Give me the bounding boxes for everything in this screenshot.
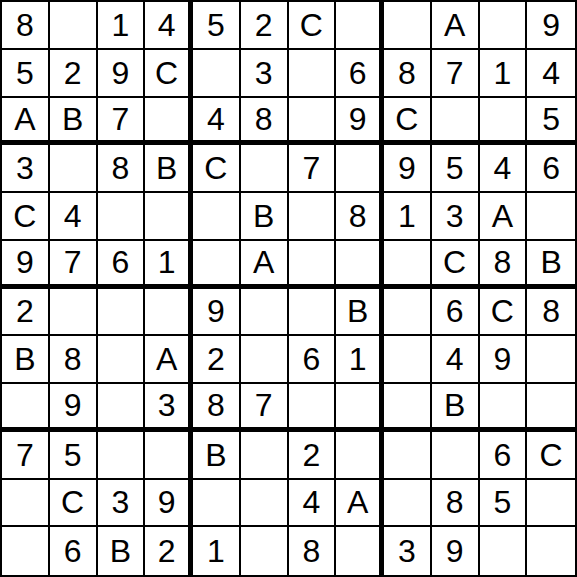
- cell-r6c7-empty[interactable]: [289, 241, 337, 289]
- cell-r7c5-given: 9: [193, 289, 241, 337]
- cell-r10c7-given: 2: [289, 432, 337, 480]
- cell-r10c1-given: 7: [2, 432, 50, 480]
- cell-r12c6-empty[interactable]: [241, 527, 289, 575]
- cell-r8c11-given: 9: [480, 336, 528, 384]
- cell-r8c1-given: B: [2, 336, 50, 384]
- cell-r9c7-empty[interactable]: [289, 384, 337, 432]
- cell-r6c12-given: B: [527, 241, 575, 289]
- cell-r5c1-given: C: [2, 193, 50, 241]
- cell-r5c9-given: 1: [384, 193, 432, 241]
- cell-r7c6-empty[interactable]: [241, 289, 289, 337]
- cell-r3c5-given: 4: [193, 98, 241, 146]
- sudoku-page: 81452CA9529C368714AB7489C538BC79546C4B81…: [0, 0, 577, 577]
- cell-r9c1-empty[interactable]: [2, 384, 50, 432]
- cell-r9c9-empty[interactable]: [384, 384, 432, 432]
- cell-r9c4-given: 3: [145, 384, 193, 432]
- cell-r6c10-given: C: [432, 241, 480, 289]
- cell-r12c3-given: B: [98, 527, 146, 575]
- cell-r5c3-empty[interactable]: [98, 193, 146, 241]
- cell-r5c10-given: 3: [432, 193, 480, 241]
- cell-r7c11-given: C: [480, 289, 528, 337]
- cell-r4c3-given: 8: [98, 145, 146, 193]
- cell-r10c11-given: 6: [480, 432, 528, 480]
- cell-r7c1-given: 2: [2, 289, 50, 337]
- cell-r4c1-given: 3: [2, 145, 50, 193]
- cell-r7c3-empty[interactable]: [98, 289, 146, 337]
- cell-r10c8-empty[interactable]: [336, 432, 384, 480]
- cell-r3c9-given: C: [384, 98, 432, 146]
- cell-r8c4-given: A: [145, 336, 193, 384]
- cell-r11c3-given: 3: [98, 480, 146, 528]
- cell-r6c2-given: 7: [50, 241, 98, 289]
- cell-r1c5-given: 5: [193, 2, 241, 50]
- cell-r5c2-given: 4: [50, 193, 98, 241]
- cell-r11c7-given: 4: [289, 480, 337, 528]
- cell-r11c6-empty[interactable]: [241, 480, 289, 528]
- cell-r10c2-given: 5: [50, 432, 98, 480]
- cell-r1c1-given: 8: [2, 2, 50, 50]
- cell-r3c6-given: 8: [241, 98, 289, 146]
- cell-r2c7-empty[interactable]: [289, 50, 337, 98]
- cell-r6c1-given: 9: [2, 241, 50, 289]
- cell-r7c2-empty[interactable]: [50, 289, 98, 337]
- cell-r8c12-empty[interactable]: [527, 336, 575, 384]
- cell-r11c9-empty[interactable]: [384, 480, 432, 528]
- cell-r12c2-given: 6: [50, 527, 98, 575]
- cell-r11c12-empty[interactable]: [527, 480, 575, 528]
- cell-r6c6-given: A: [241, 241, 289, 289]
- cell-r9c3-empty[interactable]: [98, 384, 146, 432]
- cell-r5c4-empty[interactable]: [145, 193, 193, 241]
- cell-r4c10-given: 5: [432, 145, 480, 193]
- cell-r9c8-empty[interactable]: [336, 384, 384, 432]
- cell-r10c3-empty[interactable]: [98, 432, 146, 480]
- cell-r7c8-given: B: [336, 289, 384, 337]
- cell-r1c11-empty[interactable]: [480, 2, 528, 50]
- cell-r9c5-given: 8: [193, 384, 241, 432]
- cell-r2c4-given: C: [145, 50, 193, 98]
- cell-r4c7-given: 7: [289, 145, 337, 193]
- cell-r4c9-given: 9: [384, 145, 432, 193]
- cell-r8c5-given: 2: [193, 336, 241, 384]
- cell-r5c8-given: 8: [336, 193, 384, 241]
- cell-r11c5-empty[interactable]: [193, 480, 241, 528]
- cell-r4c8-empty[interactable]: [336, 145, 384, 193]
- cell-r8c10-given: 4: [432, 336, 480, 384]
- cell-r12c1-empty[interactable]: [2, 527, 50, 575]
- cell-r2c2-given: 2: [50, 50, 98, 98]
- cell-r9c10-given: B: [432, 384, 480, 432]
- cell-r4c11-given: 4: [480, 145, 528, 193]
- cell-r10c6-empty[interactable]: [241, 432, 289, 480]
- cell-r3c8-given: 9: [336, 98, 384, 146]
- cell-r3c10-empty[interactable]: [432, 98, 480, 146]
- cell-r3c2-given: B: [50, 98, 98, 146]
- cell-r7c9-empty[interactable]: [384, 289, 432, 337]
- cell-r12c8-empty[interactable]: [336, 527, 384, 575]
- cell-r7c7-empty[interactable]: [289, 289, 337, 337]
- cell-r10c5-given: B: [193, 432, 241, 480]
- cell-r8c9-empty[interactable]: [384, 336, 432, 384]
- cell-r9c6-given: 7: [241, 384, 289, 432]
- cell-r10c9-empty[interactable]: [384, 432, 432, 480]
- cell-r12c10-given: 9: [432, 527, 480, 575]
- cell-r6c8-empty[interactable]: [336, 241, 384, 289]
- cell-r1c6-given: 2: [241, 2, 289, 50]
- cell-r3c7-empty[interactable]: [289, 98, 337, 146]
- cell-r12c5-given: 1: [193, 527, 241, 575]
- cell-r11c4-given: 9: [145, 480, 193, 528]
- cell-r6c11-given: 8: [480, 241, 528, 289]
- cell-r6c9-empty[interactable]: [384, 241, 432, 289]
- cell-r2c12-given: 4: [527, 50, 575, 98]
- sudoku-board: 81452CA9529C368714AB7489C538BC79546C4B81…: [0, 0, 577, 577]
- cell-r10c10-empty[interactable]: [432, 432, 480, 480]
- cell-r5c11-given: A: [480, 193, 528, 241]
- cell-r12c7-given: 8: [289, 527, 337, 575]
- cell-r11c8-given: A: [336, 480, 384, 528]
- cell-r9c12-empty[interactable]: [527, 384, 575, 432]
- cell-r4c2-empty[interactable]: [50, 145, 98, 193]
- cell-r5c5-empty[interactable]: [193, 193, 241, 241]
- cell-r2c3-given: 9: [98, 50, 146, 98]
- cell-r7c10-given: 6: [432, 289, 480, 337]
- cell-r3c11-empty[interactable]: [480, 98, 528, 146]
- cell-r12c9-given: 3: [384, 527, 432, 575]
- cell-r7c4-empty[interactable]: [145, 289, 193, 337]
- cell-r11c11-given: 5: [480, 480, 528, 528]
- cell-r3c1-given: A: [2, 98, 50, 146]
- cell-r12c11-empty[interactable]: [480, 527, 528, 575]
- cell-r3c3-given: 7: [98, 98, 146, 146]
- cell-r2c8-given: 6: [336, 50, 384, 98]
- cell-r8c7-given: 6: [289, 336, 337, 384]
- cell-r1c2-empty[interactable]: [50, 2, 98, 50]
- cell-r1c10-given: A: [432, 2, 480, 50]
- cell-r1c3-given: 1: [98, 2, 146, 50]
- cell-r10c12-given: C: [527, 432, 575, 480]
- cell-r1c8-empty[interactable]: [336, 2, 384, 50]
- cell-r4c6-empty[interactable]: [241, 145, 289, 193]
- cell-r5c12-empty[interactable]: [527, 193, 575, 241]
- cell-r1c7-given: C: [289, 2, 337, 50]
- cell-r8c6-empty[interactable]: [241, 336, 289, 384]
- cell-r11c10-given: 8: [432, 480, 480, 528]
- cell-r12c4-given: 2: [145, 527, 193, 575]
- cell-r2c11-given: 1: [480, 50, 528, 98]
- cell-r9c11-empty[interactable]: [480, 384, 528, 432]
- cell-r3c12-given: 5: [527, 98, 575, 146]
- cell-r8c8-given: 1: [336, 336, 384, 384]
- cell-r3c4-empty[interactable]: [145, 98, 193, 146]
- cell-r10c4-empty[interactable]: [145, 432, 193, 480]
- cell-r2c5-empty[interactable]: [193, 50, 241, 98]
- cell-r9c2-given: 9: [50, 384, 98, 432]
- cell-r2c6-given: 3: [241, 50, 289, 98]
- cell-r1c4-given: 4: [145, 2, 193, 50]
- cell-r11c1-empty[interactable]: [2, 480, 50, 528]
- cell-r8c2-given: 8: [50, 336, 98, 384]
- cell-r4c12-given: 6: [527, 145, 575, 193]
- cell-r6c4-given: 1: [145, 241, 193, 289]
- cell-r7c12-given: 8: [527, 289, 575, 337]
- cell-r2c1-given: 5: [2, 50, 50, 98]
- cell-r4c4-given: B: [145, 145, 193, 193]
- cell-r2c9-given: 8: [384, 50, 432, 98]
- cell-r4c5-given: C: [193, 145, 241, 193]
- cell-r11c2-given: C: [50, 480, 98, 528]
- cell-r6c5-empty[interactable]: [193, 241, 241, 289]
- cell-r2c10-given: 7: [432, 50, 480, 98]
- cell-r5c7-empty[interactable]: [289, 193, 337, 241]
- cell-r5c6-given: B: [241, 193, 289, 241]
- cell-r1c9-empty[interactable]: [384, 2, 432, 50]
- cell-r6c3-given: 6: [98, 241, 146, 289]
- cell-r1c12-given: 9: [527, 2, 575, 50]
- cell-r12c12-empty[interactable]: [527, 527, 575, 575]
- cell-r8c3-empty[interactable]: [98, 336, 146, 384]
